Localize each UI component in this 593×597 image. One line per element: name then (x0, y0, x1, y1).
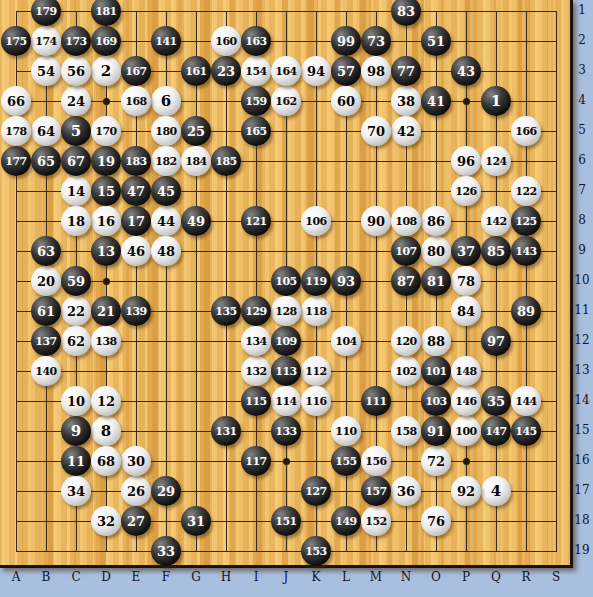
stone-move-number: 124 (485, 156, 506, 167)
stone-white-98-M3: 98 (361, 56, 391, 86)
stone-move-number: 63 (37, 245, 55, 258)
stone-white-132-I13: 132 (241, 356, 271, 386)
column-label-D: D (96, 570, 116, 584)
stone-move-number: 155 (335, 456, 356, 467)
stone-white-22-C11: 22 (61, 296, 91, 326)
stone-move-number: 4 (491, 484, 501, 499)
stone-white-78-P10: 78 (451, 266, 481, 296)
grid-line-vertical (226, 11, 227, 552)
stone-white-34-C17: 34 (61, 476, 91, 506)
stone-white-44-F8: 44 (151, 206, 181, 236)
stone-white-24-C4: 24 (61, 86, 91, 116)
stone-white-60-L4: 60 (331, 86, 361, 116)
stone-black-143-R9: 143 (511, 236, 541, 266)
star-point-J16 (283, 458, 290, 465)
stone-move-number: 112 (305, 366, 326, 377)
stone-black-29-F17: 29 (151, 476, 181, 506)
stone-move-number: 161 (185, 66, 206, 77)
stone-black-5-C5: 5 (61, 116, 91, 146)
stone-move-number: 173 (65, 36, 86, 47)
stone-black-87-N10: 87 (391, 266, 421, 296)
stone-move-number: 23 (217, 65, 235, 78)
stone-black-89-R11: 89 (511, 296, 541, 326)
stone-move-number: 170 (95, 126, 116, 137)
stone-move-number: 118 (305, 306, 326, 317)
stone-white-76-O18: 76 (421, 506, 451, 536)
stone-white-32-D18: 32 (91, 506, 121, 536)
stone-move-number: 94 (307, 65, 325, 78)
stone-move-number: 41 (427, 95, 445, 108)
stone-move-number: 30 (127, 455, 145, 468)
stone-black-77-N3: 77 (391, 56, 421, 86)
stone-white-152-M18: 152 (361, 506, 391, 536)
stone-black-17-E8: 17 (121, 206, 151, 236)
stone-black-125-R8: 125 (511, 206, 541, 236)
stone-white-46-E9: 46 (121, 236, 151, 266)
stone-black-21-D11: 21 (91, 296, 121, 326)
stone-white-68-D16: 68 (91, 446, 121, 476)
stone-move-number: 174 (35, 36, 56, 47)
column-label-B: B (36, 570, 56, 584)
column-label-P: P (456, 570, 476, 584)
stone-black-11-C16: 11 (61, 446, 91, 476)
stone-black-183-E6: 183 (121, 146, 151, 176)
stone-white-66-A4: 66 (1, 86, 31, 116)
stone-white-160-H2: 160 (211, 26, 241, 56)
stone-black-111-M14: 111 (361, 386, 391, 416)
stone-move-number: 27 (127, 515, 145, 528)
stone-move-number: 31 (187, 515, 205, 528)
stone-move-number: 83 (397, 5, 415, 18)
stone-move-number: 140 (35, 366, 56, 377)
stone-move-number: 119 (305, 276, 326, 287)
stone-move-number: 122 (515, 186, 536, 197)
stone-white-92-P17: 92 (451, 476, 481, 506)
stone-move-number: 49 (187, 215, 205, 228)
stone-black-13-D9: 13 (91, 236, 121, 266)
stone-move-number: 26 (127, 485, 145, 498)
stone-move-number: 45 (157, 185, 175, 198)
grid-line-vertical (526, 11, 527, 552)
stone-move-number: 9 (71, 424, 81, 439)
stone-move-number: 34 (67, 485, 85, 498)
stone-move-number: 163 (245, 36, 266, 47)
stone-move-number: 181 (95, 6, 116, 17)
stone-black-107-N9: 107 (391, 236, 421, 266)
stone-move-number: 91 (427, 425, 445, 438)
row-label-15: 15 (572, 423, 592, 437)
stone-black-159-I4: 159 (241, 86, 271, 116)
stone-white-10-C14: 10 (61, 386, 91, 416)
stone-move-number: 151 (275, 516, 296, 527)
stone-move-number: 103 (425, 396, 446, 407)
stone-black-61-B11: 61 (31, 296, 61, 326)
stone-black-67-C6: 67 (61, 146, 91, 176)
stone-black-169-D2: 169 (91, 26, 121, 56)
stone-black-23-H3: 23 (211, 56, 241, 86)
column-label-I: I (246, 570, 266, 584)
stone-move-number: 164 (275, 66, 296, 77)
stone-move-number: 137 (35, 336, 56, 347)
row-label-18: 18 (572, 513, 592, 527)
stone-move-number: 72 (427, 455, 445, 468)
stone-move-number: 90 (367, 215, 385, 228)
stone-move-number: 5 (71, 124, 81, 139)
stone-white-178-A5: 178 (1, 116, 31, 146)
stone-white-174-B2: 174 (31, 26, 61, 56)
stone-black-127-K17: 127 (301, 476, 331, 506)
stone-black-145-R15: 145 (511, 416, 541, 446)
row-label-7: 7 (572, 183, 592, 197)
stone-move-number: 68 (97, 455, 115, 468)
grid-line-vertical (196, 11, 197, 552)
stone-move-number: 165 (245, 126, 266, 137)
stone-white-72-O16: 72 (421, 446, 451, 476)
column-label-J: J (276, 570, 296, 584)
stone-move-number: 43 (457, 65, 475, 78)
stone-black-37-P9: 37 (451, 236, 481, 266)
stone-white-126-P7: 126 (451, 176, 481, 206)
stone-move-number: 87 (397, 275, 415, 288)
stone-black-103-O14: 103 (421, 386, 451, 416)
stone-black-9-C15: 9 (61, 416, 91, 446)
stone-move-number: 100 (455, 426, 476, 437)
stone-black-93-L10: 93 (331, 266, 361, 296)
stone-move-number: 29 (157, 485, 175, 498)
stone-black-59-C10: 59 (61, 266, 91, 296)
stone-black-105-J10: 105 (271, 266, 301, 296)
stone-move-number: 73 (367, 35, 385, 48)
stone-move-number: 141 (155, 36, 176, 47)
stone-move-number: 15 (97, 185, 115, 198)
stone-black-175-A2: 175 (1, 26, 31, 56)
stone-move-number: 14 (67, 185, 85, 198)
stone-white-140-B13: 140 (31, 356, 61, 386)
stone-move-number: 19 (97, 155, 115, 168)
stone-white-170-D5: 170 (91, 116, 121, 146)
stone-move-number: 132 (245, 366, 266, 377)
stone-black-49-G8: 49 (181, 206, 211, 236)
stone-move-number: 160 (215, 36, 236, 47)
column-label-H: H (216, 570, 236, 584)
row-label-19: 19 (572, 543, 592, 557)
stone-black-179-B1: 179 (31, 0, 61, 26)
stone-black-167-E3: 167 (121, 56, 151, 86)
stone-black-15-D7: 15 (91, 176, 121, 206)
stone-move-number: 12 (97, 395, 115, 408)
stone-move-number: 88 (427, 335, 445, 348)
stone-black-45-F7: 45 (151, 176, 181, 206)
stone-move-number: 60 (337, 95, 355, 108)
stone-move-number: 86 (427, 215, 445, 228)
stone-move-number: 144 (515, 396, 536, 407)
stone-move-number: 106 (305, 216, 326, 227)
column-label-C: C (66, 570, 86, 584)
stone-black-51-O2: 51 (421, 26, 451, 56)
row-label-2: 2 (572, 33, 592, 47)
stone-move-number: 32 (97, 515, 115, 528)
stone-move-number: 6 (161, 94, 171, 109)
stone-white-12-D14: 12 (91, 386, 121, 416)
stone-move-number: 184 (185, 156, 206, 167)
stone-move-number: 18 (67, 215, 85, 228)
stone-white-2-D3: 2 (91, 56, 121, 86)
stone-white-38-N4: 38 (391, 86, 421, 116)
stone-white-180-F5: 180 (151, 116, 181, 146)
stone-move-number: 36 (397, 485, 415, 498)
star-point-P4 (463, 98, 470, 105)
stone-move-number: 169 (95, 36, 116, 47)
stone-white-128-J11: 128 (271, 296, 301, 326)
stone-black-99-L2: 99 (331, 26, 361, 56)
stone-white-110-L15: 110 (331, 416, 361, 446)
stone-white-90-M8: 90 (361, 206, 391, 236)
stone-move-number: 148 (455, 366, 476, 377)
stone-move-number: 84 (457, 305, 475, 318)
stone-move-number: 65 (37, 155, 55, 168)
stone-white-18-C8: 18 (61, 206, 91, 236)
stone-move-number: 46 (127, 245, 145, 258)
stone-white-124-Q6: 124 (481, 146, 511, 176)
stone-move-number: 157 (365, 486, 386, 497)
stone-black-155-L16: 155 (331, 446, 361, 476)
stone-white-4-Q17: 4 (481, 476, 511, 506)
stone-move-number: 147 (485, 426, 506, 437)
stone-white-96-P6: 96 (451, 146, 481, 176)
stone-move-number: 33 (157, 545, 175, 558)
stone-move-number: 109 (275, 336, 296, 347)
stone-move-number: 44 (157, 215, 175, 228)
stone-black-35-Q14: 35 (481, 386, 511, 416)
stone-white-184-G6: 184 (181, 146, 211, 176)
stone-black-115-I14: 115 (241, 386, 271, 416)
stone-black-85-Q9: 85 (481, 236, 511, 266)
row-label-13: 13 (572, 363, 592, 377)
stone-move-number: 70 (367, 125, 385, 138)
stone-white-164-J3: 164 (271, 56, 301, 86)
stone-white-86-O8: 86 (421, 206, 451, 236)
star-point-D10 (103, 278, 110, 285)
stone-move-number: 21 (97, 305, 115, 318)
stone-move-number: 131 (215, 426, 236, 437)
stone-move-number: 177 (5, 156, 26, 167)
column-label-L: L (336, 570, 356, 584)
stone-move-number: 64 (37, 125, 55, 138)
stone-move-number: 166 (515, 126, 536, 137)
stone-black-109-J12: 109 (271, 326, 301, 356)
stone-black-101-O13: 101 (421, 356, 451, 386)
stone-move-number: 108 (395, 216, 416, 227)
stone-white-106-K8: 106 (301, 206, 331, 236)
stone-move-number: 159 (245, 96, 266, 107)
stone-black-139-E11: 139 (121, 296, 151, 326)
stone-move-number: 67 (67, 155, 85, 168)
stone-black-73-M2: 73 (361, 26, 391, 56)
stone-move-number: 17 (127, 215, 145, 228)
stone-white-120-N12: 120 (391, 326, 421, 356)
stone-black-47-E7: 47 (121, 176, 151, 206)
stone-white-116-K14: 116 (301, 386, 331, 416)
stone-move-number: 138 (95, 336, 116, 347)
stone-move-number: 61 (37, 305, 55, 318)
stone-move-number: 182 (155, 156, 176, 167)
stone-black-91-O15: 91 (421, 416, 451, 446)
stone-move-number: 56 (67, 65, 85, 78)
stone-move-number: 54 (37, 65, 55, 78)
stone-white-20-B10: 20 (31, 266, 61, 296)
stone-white-144-R14: 144 (511, 386, 541, 416)
stone-move-number: 149 (335, 516, 356, 527)
stone-black-149-L18: 149 (331, 506, 361, 536)
stone-move-number: 142 (485, 216, 506, 227)
stone-move-number: 48 (157, 245, 175, 258)
stone-black-157-M17: 157 (361, 476, 391, 506)
column-label-E: E (126, 570, 146, 584)
stone-black-19-D6: 19 (91, 146, 121, 176)
stone-white-94-K3: 94 (301, 56, 331, 86)
stone-move-number: 152 (365, 516, 386, 527)
stone-white-102-N13: 102 (391, 356, 421, 386)
stone-move-number: 121 (245, 216, 266, 227)
stone-white-122-R7: 122 (511, 176, 541, 206)
stone-white-142-Q8: 142 (481, 206, 511, 236)
stone-move-number: 110 (335, 426, 356, 437)
stone-white-112-K13: 112 (301, 356, 331, 386)
stone-move-number: 96 (457, 155, 475, 168)
stone-black-147-Q15: 147 (481, 416, 511, 446)
stone-black-43-P3: 43 (451, 56, 481, 86)
stone-move-number: 113 (275, 366, 296, 377)
stone-white-36-N17: 36 (391, 476, 421, 506)
stone-move-number: 139 (125, 306, 146, 317)
stone-move-number: 20 (37, 275, 55, 288)
stone-move-number: 101 (425, 366, 446, 377)
row-label-6: 6 (572, 153, 592, 167)
stone-black-161-G3: 161 (181, 56, 211, 86)
row-label-1: 1 (572, 3, 592, 17)
stone-black-65-B6: 65 (31, 146, 61, 176)
stone-white-182-F6: 182 (151, 146, 181, 176)
stone-move-number: 105 (275, 276, 296, 287)
stone-move-number: 11 (67, 455, 85, 468)
stone-black-133-J15: 133 (271, 416, 301, 446)
stone-move-number: 24 (67, 95, 85, 108)
stone-black-137-B12: 137 (31, 326, 61, 356)
stone-white-54-B3: 54 (31, 56, 61, 86)
stone-move-number: 156 (365, 456, 386, 467)
column-label-G: G (186, 570, 206, 584)
stone-black-57-L3: 57 (331, 56, 361, 86)
stone-move-number: 97 (487, 335, 505, 348)
stone-move-number: 127 (305, 486, 326, 497)
row-label-11: 11 (572, 303, 592, 317)
stone-white-42-N5: 42 (391, 116, 421, 146)
stone-move-number: 115 (245, 396, 266, 407)
stone-move-number: 104 (335, 336, 356, 347)
stone-move-number: 178 (5, 126, 26, 137)
star-point-P16 (463, 458, 470, 465)
row-label-5: 5 (572, 123, 592, 137)
go-board[interactable]: 1245689101112131415161718192021222324252… (0, 0, 573, 568)
stone-white-30-E16: 30 (121, 446, 151, 476)
stone-move-number: 158 (395, 426, 416, 437)
stone-black-97-Q12: 97 (481, 326, 511, 356)
stone-move-number: 47 (127, 185, 145, 198)
stone-move-number: 66 (7, 95, 25, 108)
stone-move-number: 8 (101, 424, 111, 439)
stone-move-number: 22 (67, 305, 85, 318)
stone-black-83-N1: 83 (391, 0, 421, 26)
stone-move-number: 128 (275, 306, 296, 317)
stone-white-154-I3: 154 (241, 56, 271, 86)
stone-white-166-R5: 166 (511, 116, 541, 146)
stone-move-number: 42 (397, 125, 415, 138)
stone-move-number: 126 (455, 186, 476, 197)
stone-move-number: 120 (395, 336, 416, 347)
stone-move-number: 175 (5, 36, 26, 47)
stone-move-number: 77 (397, 65, 415, 78)
stone-white-134-I12: 134 (241, 326, 271, 356)
stone-move-number: 51 (427, 35, 445, 48)
stone-white-84-P11: 84 (451, 296, 481, 326)
stone-move-number: 143 (515, 246, 536, 257)
stone-white-114-J14: 114 (271, 386, 301, 416)
stone-white-148-P13: 148 (451, 356, 481, 386)
stone-move-number: 76 (427, 515, 445, 528)
stone-black-141-F2: 141 (151, 26, 181, 56)
stone-move-number: 62 (67, 335, 85, 348)
stone-move-number: 168 (125, 96, 146, 107)
stone-move-number: 37 (457, 245, 475, 258)
stone-move-number: 133 (275, 426, 296, 437)
stone-white-138-D12: 138 (91, 326, 121, 356)
stone-move-number: 179 (35, 6, 56, 17)
stone-move-number: 180 (155, 126, 176, 137)
stone-move-number: 102 (395, 366, 416, 377)
stone-black-153-K19: 153 (301, 536, 331, 566)
stone-white-104-L12: 104 (331, 326, 361, 356)
stone-move-number: 80 (427, 245, 445, 258)
stone-move-number: 167 (125, 66, 146, 77)
stone-move-number: 125 (515, 216, 536, 227)
stone-white-26-E17: 26 (121, 476, 151, 506)
stone-black-41-O4: 41 (421, 86, 451, 116)
stone-white-64-B5: 64 (31, 116, 61, 146)
stone-white-100-P15: 100 (451, 416, 481, 446)
stone-move-number: 153 (305, 546, 326, 557)
stone-black-131-H15: 131 (211, 416, 241, 446)
stone-white-16-D8: 16 (91, 206, 121, 236)
stone-move-number: 117 (245, 456, 266, 467)
stone-move-number: 13 (97, 245, 115, 258)
stone-black-173-C2: 173 (61, 26, 91, 56)
stone-white-168-E4: 168 (121, 86, 151, 116)
column-label-K: K (306, 570, 326, 584)
stone-move-number: 78 (457, 275, 475, 288)
stone-move-number: 57 (337, 65, 355, 78)
stone-move-number: 116 (305, 396, 326, 407)
stone-white-108-N8: 108 (391, 206, 421, 236)
stone-black-117-I16: 117 (241, 446, 271, 476)
column-label-A: A (6, 570, 26, 584)
stone-white-162-J4: 162 (271, 86, 301, 116)
stone-black-151-J18: 151 (271, 506, 301, 536)
stone-black-81-O10: 81 (421, 266, 451, 296)
stone-black-119-K10: 119 (301, 266, 331, 296)
stone-move-number: 107 (395, 246, 416, 257)
stone-move-number: 99 (337, 35, 355, 48)
stone-move-number: 154 (245, 66, 266, 77)
